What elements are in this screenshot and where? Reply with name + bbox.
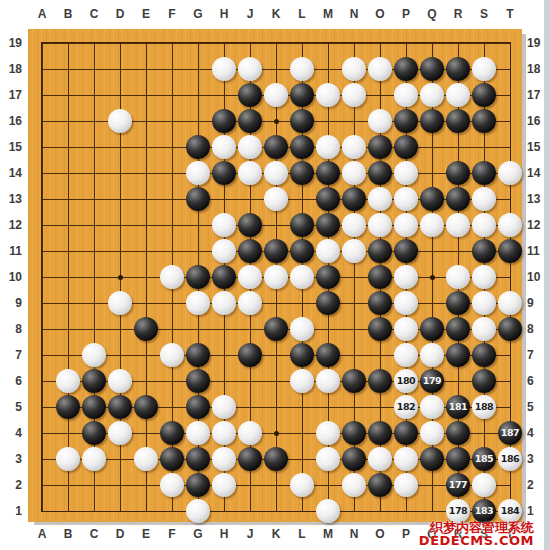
stone-black [420, 109, 444, 133]
move-number: 184 [501, 506, 519, 516]
stone-white [212, 135, 236, 159]
column-label: N [350, 7, 359, 21]
stone-white [264, 187, 288, 211]
stone-white [108, 109, 132, 133]
stone-black [446, 421, 470, 445]
row-label: 17 [0, 88, 22, 102]
stone-white [186, 291, 210, 315]
stone-white [160, 343, 184, 367]
stone-black [394, 239, 418, 263]
row-label: 11 [0, 244, 22, 258]
move-number: 182 [397, 402, 415, 412]
row-label: 1 [0, 504, 22, 518]
stone-black [56, 395, 80, 419]
stone-white [186, 421, 210, 445]
stone-white [316, 499, 340, 523]
row-label: 7 [527, 348, 534, 362]
stone-black [160, 421, 184, 445]
stone-black [342, 369, 366, 393]
stone-white [238, 265, 262, 289]
stone-black [290, 161, 314, 185]
stone-black [238, 343, 262, 367]
stone-white [238, 161, 262, 185]
stone-white [368, 57, 392, 81]
row-label: 1 [527, 504, 534, 518]
stone-black [316, 161, 340, 185]
stone-black [420, 187, 444, 211]
stone-white [316, 135, 340, 159]
stone-black [368, 369, 392, 393]
column-label: P [402, 527, 410, 541]
column-label: B [64, 527, 73, 541]
stone-white [290, 473, 314, 497]
stone-white [212, 213, 236, 237]
stone-black [264, 317, 288, 341]
row-label: 8 [527, 322, 534, 336]
column-label: L [298, 7, 305, 21]
stone-black [238, 109, 262, 133]
stone-white [212, 447, 236, 471]
move-number: 177 [449, 480, 467, 490]
stone-black [446, 343, 470, 367]
stone-white [446, 265, 470, 289]
star-point [118, 275, 123, 280]
stone-white [160, 265, 184, 289]
stone-black [446, 317, 470, 341]
row-label: 14 [0, 166, 22, 180]
column-label: M [323, 527, 333, 541]
column-label: M [323, 7, 333, 21]
stone-white [498, 291, 522, 315]
column-label: C [90, 7, 99, 21]
column-label: F [168, 7, 175, 21]
stone-black [368, 473, 392, 497]
stone-white [420, 343, 444, 367]
star-point [274, 431, 279, 436]
stone-white [342, 473, 366, 497]
stone-black [186, 187, 210, 211]
stone-black [160, 447, 184, 471]
stone-white [394, 187, 418, 211]
stone-white [394, 447, 418, 471]
stone-black [290, 343, 314, 367]
stone-black [186, 135, 210, 159]
stone-white [394, 83, 418, 107]
stone-black [134, 395, 158, 419]
stone-white [316, 83, 340, 107]
stone-white [108, 291, 132, 315]
column-label: F [168, 527, 175, 541]
stone-black [264, 135, 288, 159]
stone-white [472, 291, 496, 315]
stone-black [394, 109, 418, 133]
stone-white [108, 421, 132, 445]
stone-white [316, 421, 340, 445]
page-edge-strip [544, 0, 550, 550]
stone-black [420, 57, 444, 81]
row-label: 2 [527, 478, 534, 492]
stone-black [186, 369, 210, 393]
row-label: 13 [527, 192, 540, 206]
move-number: 188 [475, 402, 493, 412]
stone-black [472, 109, 496, 133]
stone-black [420, 447, 444, 471]
stone-white [342, 239, 366, 263]
stone-white [394, 317, 418, 341]
stone-black: 185 [472, 447, 496, 471]
stone-black [498, 317, 522, 341]
stone-white [342, 57, 366, 81]
stone-black [368, 291, 392, 315]
stone-black [446, 57, 470, 81]
row-label: 17 [527, 88, 540, 102]
stone-white [420, 213, 444, 237]
row-label: 10 [527, 270, 540, 284]
stone-white [212, 473, 236, 497]
row-label: 4 [0, 426, 22, 440]
column-label: R [454, 7, 463, 21]
go-board: 180179182181188187185186177178183184 [28, 29, 522, 522]
stone-black [446, 291, 470, 315]
stone-black: 179 [420, 369, 444, 393]
stone-black [342, 421, 366, 445]
stone-black [316, 187, 340, 211]
row-label: 8 [0, 322, 22, 336]
column-label: B [64, 7, 73, 21]
stone-black: 181 [446, 395, 470, 419]
stone-white [186, 499, 210, 523]
watermark: 织梦内容管理系统 DEDECMS.COM [419, 521, 534, 548]
row-label: 7 [0, 348, 22, 362]
stone-white [238, 291, 262, 315]
stone-black [264, 239, 288, 263]
row-label: 19 [527, 36, 540, 50]
move-number: 186 [501, 454, 519, 464]
stone-white [134, 447, 158, 471]
stone-white [394, 473, 418, 497]
stone-black [368, 317, 392, 341]
stone-white: 188 [472, 395, 496, 419]
stone-black [316, 291, 340, 315]
stone-white [316, 239, 340, 263]
stone-black [186, 343, 210, 367]
column-label: T [506, 7, 513, 21]
row-label: 3 [0, 452, 22, 466]
row-label: 16 [527, 114, 540, 128]
stone-white [316, 369, 340, 393]
stone-white: 180 [394, 369, 418, 393]
stone-black [316, 265, 340, 289]
column-label: A [38, 527, 47, 541]
row-label: 12 [0, 218, 22, 232]
stone-white [212, 395, 236, 419]
stone-white [82, 343, 106, 367]
row-label: 15 [0, 140, 22, 154]
move-number: 181 [449, 402, 467, 412]
stone-white [472, 187, 496, 211]
stone-black [134, 317, 158, 341]
stone-black [82, 395, 106, 419]
stone-white [82, 447, 106, 471]
stone-white [368, 187, 392, 211]
column-label: A [38, 7, 47, 21]
stone-black [446, 161, 470, 185]
stone-black [472, 83, 496, 107]
stone-white [238, 421, 262, 445]
column-label: G [193, 7, 202, 21]
stone-white [290, 265, 314, 289]
column-label: D [116, 527, 125, 541]
stone-white [420, 83, 444, 107]
stone-black [368, 135, 392, 159]
stone-black: 177 [446, 473, 470, 497]
column-label: E [142, 7, 150, 21]
column-label: K [272, 527, 281, 541]
stone-white [264, 265, 288, 289]
stone-black [290, 83, 314, 107]
row-label: 16 [0, 114, 22, 128]
stone-white [394, 343, 418, 367]
column-label: L [298, 527, 305, 541]
stone-black [394, 421, 418, 445]
stone-white [394, 265, 418, 289]
column-label: N [350, 527, 359, 541]
stone-white [420, 395, 444, 419]
row-label: 3 [527, 452, 534, 466]
stone-black [238, 83, 262, 107]
row-label: 6 [0, 374, 22, 388]
stone-white [446, 213, 470, 237]
stone-black [212, 161, 236, 185]
stone-white [394, 291, 418, 315]
stone-white [212, 57, 236, 81]
stone-white [342, 161, 366, 185]
row-label: 5 [0, 400, 22, 414]
row-label: 15 [527, 140, 540, 154]
stone-white [420, 421, 444, 445]
row-label: 18 [0, 62, 22, 76]
column-label: O [375, 7, 384, 21]
move-number: 185 [475, 454, 493, 464]
move-number: 180 [397, 376, 415, 386]
stone-black [238, 447, 262, 471]
stone-black [368, 239, 392, 263]
row-label: 2 [0, 478, 22, 492]
stone-white [368, 447, 392, 471]
row-label: 12 [527, 218, 540, 232]
stone-white [290, 369, 314, 393]
move-number: 179 [423, 376, 441, 386]
stone-black [108, 395, 132, 419]
stone-white [264, 161, 288, 185]
column-label: J [247, 527, 254, 541]
stone-white [394, 213, 418, 237]
stone-black [342, 447, 366, 471]
row-label: 5 [527, 400, 534, 414]
stone-white [472, 473, 496, 497]
stone-black [290, 135, 314, 159]
column-label: H [220, 527, 229, 541]
watermark-line1: 织梦内容管理系统 [419, 521, 534, 535]
column-label: J [247, 7, 254, 21]
column-label: D [116, 7, 125, 21]
stone-white [238, 57, 262, 81]
stone-white [290, 57, 314, 81]
stone-black [316, 343, 340, 367]
row-label: 9 [0, 296, 22, 310]
column-label: G [193, 527, 202, 541]
stone-white: 186 [498, 447, 522, 471]
stone-black: 187 [498, 421, 522, 445]
star-point [430, 275, 435, 280]
stone-black [446, 109, 470, 133]
column-label: E [142, 527, 150, 541]
stone-black [446, 187, 470, 211]
stone-white [342, 135, 366, 159]
stone-white [472, 317, 496, 341]
stone-black [472, 161, 496, 185]
stone-black [264, 447, 288, 471]
stone-white [212, 291, 236, 315]
stone-white [342, 83, 366, 107]
stone-white [472, 57, 496, 81]
stone-white [446, 83, 470, 107]
stone-black [368, 161, 392, 185]
row-label: 10 [0, 270, 22, 284]
stone-white [472, 213, 496, 237]
stone-white [238, 135, 262, 159]
stone-black [342, 187, 366, 211]
stone-black [186, 265, 210, 289]
stone-white: 182 [394, 395, 418, 419]
stone-white [56, 447, 80, 471]
row-label: 14 [527, 166, 540, 180]
stone-black [472, 239, 496, 263]
column-label: C [90, 527, 99, 541]
row-label: 19 [0, 36, 22, 50]
move-number: 178 [449, 506, 467, 516]
stone-black [238, 239, 262, 263]
row-label: 4 [527, 426, 534, 440]
move-number: 187 [501, 428, 519, 438]
stone-white [160, 473, 184, 497]
stone-white [212, 421, 236, 445]
stone-black [290, 109, 314, 133]
stone-white [56, 369, 80, 393]
stone-black [472, 343, 496, 367]
stone-black [238, 213, 262, 237]
stone-white [368, 213, 392, 237]
stone-white [368, 109, 392, 133]
stone-white [342, 213, 366, 237]
stone-black [316, 213, 340, 237]
stone-white [316, 447, 340, 471]
column-label: O [375, 527, 384, 541]
stone-white [472, 265, 496, 289]
stone-black [394, 135, 418, 159]
stone-black [186, 447, 210, 471]
stone-black [368, 421, 392, 445]
stone-black [368, 265, 392, 289]
move-number: 183 [475, 506, 493, 516]
stone-white [498, 161, 522, 185]
row-label: 6 [527, 374, 534, 388]
stone-black [394, 57, 418, 81]
column-label: P [402, 7, 410, 21]
stone-white [394, 161, 418, 185]
stone-white [108, 369, 132, 393]
column-label: K [272, 7, 281, 21]
stone-white [186, 161, 210, 185]
stone-black [290, 213, 314, 237]
stone-black [82, 421, 106, 445]
stone-black [498, 239, 522, 263]
go-diagram-page: 180179182181188187185186177178183184 ABC… [0, 0, 550, 550]
stone-black [82, 369, 106, 393]
stone-black [290, 239, 314, 263]
star-point [274, 119, 279, 124]
row-label: 9 [527, 296, 534, 310]
row-label: 11 [527, 244, 540, 258]
stone-black [472, 369, 496, 393]
stone-black [212, 109, 236, 133]
stone-white [264, 83, 288, 107]
row-label: 18 [527, 62, 540, 76]
stone-black [420, 317, 444, 341]
stone-black [186, 473, 210, 497]
row-label: 13 [0, 192, 22, 206]
stone-white [212, 239, 236, 263]
column-label: S [480, 7, 488, 21]
stone-black [212, 265, 236, 289]
stone-black [446, 447, 470, 471]
stone-white [290, 317, 314, 341]
watermark-line2: DEDECMS.COM [419, 534, 534, 548]
stone-white [498, 213, 522, 237]
stone-black [186, 395, 210, 419]
column-label: H [220, 7, 229, 21]
column-label: Q [427, 7, 436, 21]
